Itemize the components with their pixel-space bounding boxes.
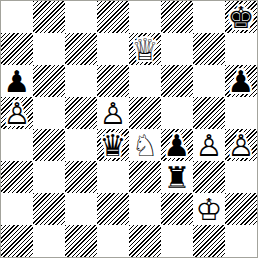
piece-black-pawn: ♟♟ [161,129,193,161]
square-d8[interactable] [97,1,129,33]
square-h1[interactable] [225,225,257,257]
square-h5[interactable] [225,97,257,129]
white-pawn-glyph: ♙ [193,129,225,161]
square-d7[interactable] [97,33,129,65]
square-g6[interactable] [193,65,225,97]
black-queen-glyph: ♛ [97,129,129,161]
white-pawn-glyph: ♙ [225,129,257,161]
piece-white-knight: ♞♘ [129,129,161,161]
square-f7[interactable] [161,33,193,65]
square-e7[interactable]: ♛♕ [129,33,161,65]
square-h3[interactable] [225,161,257,193]
black-pawn-glyph: ♟ [1,65,33,97]
square-f8[interactable] [161,1,193,33]
square-e2[interactable] [129,193,161,225]
square-b2[interactable] [33,193,65,225]
black-pawn-glyph: ♟ [225,65,257,97]
square-b1[interactable] [33,225,65,257]
square-h8[interactable]: ♚♚ [225,1,257,33]
piece-black-queen: ♛♛ [97,129,129,161]
square-h7[interactable] [225,33,257,65]
square-g7[interactable] [193,33,225,65]
square-c8[interactable] [65,1,97,33]
square-b8[interactable] [33,1,65,33]
square-a3[interactable] [1,161,33,193]
square-e3[interactable] [129,161,161,193]
square-g4[interactable]: ♟♙ [193,129,225,161]
square-b6[interactable] [33,65,65,97]
square-a4[interactable] [1,129,33,161]
white-knight-glyph: ♘ [129,129,161,161]
square-g1[interactable] [193,225,225,257]
piece-white-king: ♚♔ [193,193,225,225]
white-pawn-glyph: ♙ [97,97,129,129]
square-e8[interactable] [129,1,161,33]
square-c7[interactable] [65,33,97,65]
square-c1[interactable] [65,225,97,257]
square-f2[interactable] [161,193,193,225]
piece-black-king: ♚♚ [225,1,257,33]
piece-white-pawn: ♟♙ [97,97,129,129]
black-pawn-glyph: ♟ [161,129,193,161]
white-pawn-glyph: ♙ [1,97,33,129]
square-h4[interactable]: ♟♙ [225,129,257,161]
square-b7[interactable] [33,33,65,65]
square-f5[interactable] [161,97,193,129]
square-c6[interactable] [65,65,97,97]
piece-white-pawn: ♟♙ [225,129,257,161]
square-a1[interactable] [1,225,33,257]
square-c4[interactable] [65,129,97,161]
square-e1[interactable] [129,225,161,257]
piece-white-pawn: ♟♙ [193,129,225,161]
square-a7[interactable] [1,33,33,65]
square-h6[interactable]: ♟♟ [225,65,257,97]
square-d1[interactable] [97,225,129,257]
square-e6[interactable] [129,65,161,97]
piece-black-pawn: ♟♟ [1,65,33,97]
square-c2[interactable] [65,193,97,225]
piece-white-queen: ♛♕ [129,33,161,65]
piece-black-pawn: ♟♟ [225,65,257,97]
square-f6[interactable] [161,65,193,97]
square-a5[interactable]: ♟♙ [1,97,33,129]
square-a2[interactable] [1,193,33,225]
square-b5[interactable] [33,97,65,129]
square-c5[interactable] [65,97,97,129]
square-g5[interactable] [193,97,225,129]
square-b3[interactable] [33,161,65,193]
square-a6[interactable]: ♟♟ [1,65,33,97]
square-e4[interactable]: ♞♘ [129,129,161,161]
square-f4[interactable]: ♟♟ [161,129,193,161]
square-d6[interactable] [97,65,129,97]
white-queen-glyph: ♕ [129,33,161,65]
square-g3[interactable] [193,161,225,193]
white-king-glyph: ♔ [193,193,225,225]
square-f3[interactable]: ♜♜ [161,161,193,193]
square-f1[interactable] [161,225,193,257]
square-e5[interactable] [129,97,161,129]
piece-white-pawn: ♟♙ [1,97,33,129]
piece-black-rook: ♜♜ [161,161,193,193]
square-g2[interactable]: ♚♔ [193,193,225,225]
square-c3[interactable] [65,161,97,193]
square-a8[interactable] [1,1,33,33]
square-b4[interactable] [33,129,65,161]
square-d3[interactable] [97,161,129,193]
square-g8[interactable] [193,1,225,33]
square-d2[interactable] [97,193,129,225]
black-king-glyph: ♚ [225,1,257,33]
chess-board: ♚♚♛♕♟♟♟♟♟♙♟♙♛♛♞♘♟♟♟♙♟♙♜♜♚♔ [0,0,258,258]
square-d4[interactable]: ♛♛ [97,129,129,161]
square-d5[interactable]: ♟♙ [97,97,129,129]
square-h2[interactable] [225,193,257,225]
black-rook-glyph: ♜ [161,161,193,193]
